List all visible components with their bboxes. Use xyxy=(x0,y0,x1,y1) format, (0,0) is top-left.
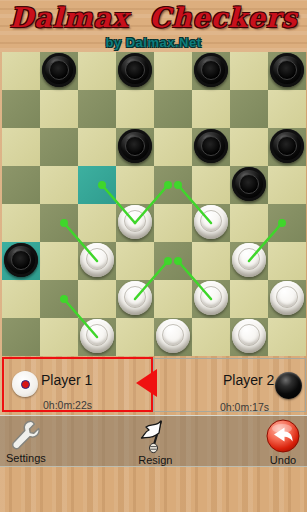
board-square xyxy=(116,242,154,280)
board-square[interactable] xyxy=(40,280,78,318)
player2-piece-icon xyxy=(275,372,302,399)
checker-piece-white[interactable] xyxy=(118,205,152,239)
wrench-icon xyxy=(9,418,43,452)
app-screen: Dalmax Checkers by Dalmax.Net Player 1 0… xyxy=(0,0,307,512)
checker-piece-black[interactable] xyxy=(42,53,76,87)
board-square xyxy=(116,318,154,356)
board-square xyxy=(192,166,230,204)
board-square xyxy=(78,204,116,242)
checker-piece-black[interactable] xyxy=(194,129,228,163)
board-square xyxy=(154,52,192,90)
board-square[interactable] xyxy=(230,90,268,128)
checker-piece-black[interactable] xyxy=(232,167,266,201)
board-square[interactable] xyxy=(154,90,192,128)
player2-panel: Player 2 0h:0m:17s xyxy=(153,358,306,412)
settings-label: Settings xyxy=(6,452,46,464)
player1-time: 0h:0m:22s xyxy=(43,399,92,411)
checker-piece-black[interactable] xyxy=(4,243,38,277)
board-square xyxy=(40,90,78,128)
board-square xyxy=(268,318,306,356)
board-square[interactable] xyxy=(268,204,306,242)
board-square xyxy=(268,90,306,128)
player2-time: 0h:0m:17s xyxy=(220,401,269,413)
board-square xyxy=(154,128,192,166)
board-square xyxy=(268,166,306,204)
board-square xyxy=(40,242,78,280)
board-square[interactable] xyxy=(154,166,192,204)
app-title: Dalmax Checkers xyxy=(0,1,307,35)
board-square xyxy=(78,280,116,318)
board-square[interactable] xyxy=(2,318,40,356)
board-square xyxy=(2,280,40,318)
board-square[interactable] xyxy=(78,90,116,128)
checker-piece-black[interactable] xyxy=(270,129,304,163)
board-square xyxy=(78,52,116,90)
player1-piece-icon xyxy=(12,371,38,397)
board-square[interactable] xyxy=(40,204,78,242)
white-flag-icon xyxy=(137,418,173,454)
title-bar: Dalmax Checkers by Dalmax.Net xyxy=(0,0,307,52)
board-square[interactable] xyxy=(40,128,78,166)
checker-piece-white[interactable] xyxy=(194,205,228,239)
checker-piece-black[interactable] xyxy=(270,53,304,87)
settings-button[interactable]: Settings xyxy=(6,418,46,463)
checker-piece-white[interactable] xyxy=(118,281,152,315)
player2-name: Player 2 xyxy=(223,372,274,388)
checker-piece-white[interactable] xyxy=(80,319,114,353)
board-square xyxy=(230,280,268,318)
board-square xyxy=(40,318,78,356)
game-board xyxy=(2,52,306,356)
board-square xyxy=(230,204,268,242)
undo-label: Undo xyxy=(270,454,296,466)
checker-piece-white[interactable] xyxy=(80,243,114,277)
player-panels: Player 1 0h:0m:22s Player 2 0h:0m:17s xyxy=(0,357,307,413)
board-square[interactable] xyxy=(78,166,116,204)
app-subtitle: by Dalmax.Net xyxy=(0,35,307,50)
toolbar: Settings Resign xyxy=(0,415,307,467)
board-square xyxy=(40,166,78,204)
resign-button[interactable]: Resign xyxy=(137,418,173,463)
board-square xyxy=(2,128,40,166)
board-square xyxy=(230,52,268,90)
board-square xyxy=(2,204,40,242)
board-square[interactable] xyxy=(2,90,40,128)
board-square xyxy=(192,318,230,356)
checker-piece-white[interactable] xyxy=(232,319,266,353)
resign-label: Resign xyxy=(138,454,172,466)
board-square xyxy=(192,90,230,128)
undo-arrow-icon xyxy=(265,418,301,454)
checker-piece-black[interactable] xyxy=(194,53,228,87)
player1-panel: Player 1 0h:0m:22s xyxy=(2,357,153,412)
checker-piece-black[interactable] xyxy=(118,129,152,163)
checker-piece-white[interactable] xyxy=(270,281,304,315)
board-square xyxy=(230,128,268,166)
board-square xyxy=(78,128,116,166)
board-square xyxy=(2,52,40,90)
board-square xyxy=(154,204,192,242)
board-square xyxy=(192,242,230,280)
board-square xyxy=(116,166,154,204)
checker-piece-white[interactable] xyxy=(232,243,266,277)
board-square xyxy=(116,90,154,128)
board-square xyxy=(154,280,192,318)
board-square[interactable] xyxy=(2,166,40,204)
checker-piece-black[interactable] xyxy=(118,53,152,87)
player1-name: Player 1 xyxy=(41,372,92,388)
checker-piece-white[interactable] xyxy=(156,319,190,353)
undo-button[interactable]: Undo xyxy=(265,418,301,463)
board-square[interactable] xyxy=(154,242,192,280)
turn-indicator-triangle xyxy=(136,369,157,397)
checker-piece-white[interactable] xyxy=(194,281,228,315)
board-square xyxy=(268,242,306,280)
